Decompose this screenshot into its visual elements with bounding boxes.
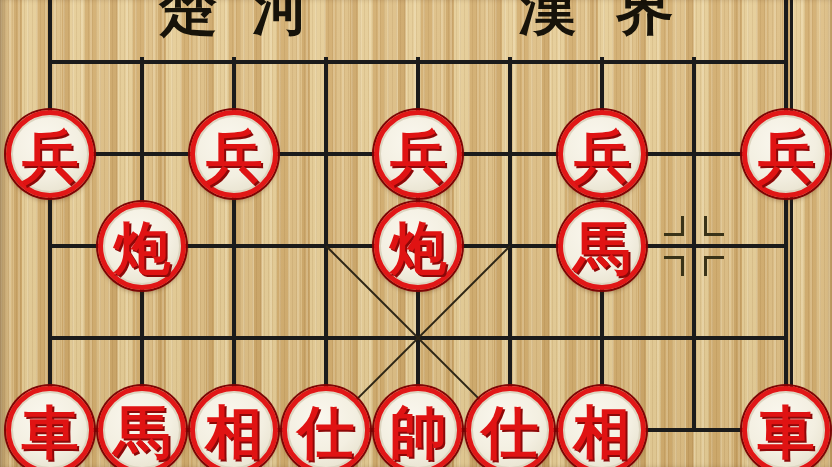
piece-red-horse[interactable]: 馬 <box>558 202 646 290</box>
piece-glyph: 兵 <box>758 127 815 184</box>
piece-glyph: 炮 <box>390 219 447 276</box>
xiangqi-board: 楚河漢界 兵兵兵兵兵炮炮馬車馬相仕帥仕相車 <box>0 0 832 467</box>
piece-red-elephant[interactable]: 相 <box>190 386 278 467</box>
piece-red-elephant[interactable]: 相 <box>558 386 646 467</box>
piece-red-soldier[interactable]: 兵 <box>374 110 462 198</box>
piece-glyph: 仕 <box>482 403 539 460</box>
piece-red-advisor[interactable]: 仕 <box>282 386 370 467</box>
piece-red-advisor[interactable]: 仕 <box>466 386 554 467</box>
piece-glyph: 相 <box>574 403 631 460</box>
piece-glyph: 相 <box>206 403 263 460</box>
piece-red-horse[interactable]: 馬 <box>98 386 186 467</box>
piece-glyph: 馬 <box>574 219 631 276</box>
pieces-layer: 兵兵兵兵兵炮炮馬車馬相仕帥仕相車 <box>4 16 832 467</box>
piece-red-cannon[interactable]: 炮 <box>374 202 462 290</box>
piece-glyph: 兵 <box>206 127 263 184</box>
piece-glyph: 炮 <box>114 219 171 276</box>
piece-red-soldier[interactable]: 兵 <box>742 110 830 198</box>
piece-red-general[interactable]: 帥 <box>374 386 462 467</box>
piece-glyph: 馬 <box>114 403 171 460</box>
piece-glyph: 車 <box>758 403 815 460</box>
piece-red-soldier[interactable]: 兵 <box>6 110 94 198</box>
piece-glyph: 兵 <box>390 127 447 184</box>
piece-red-soldier[interactable]: 兵 <box>190 110 278 198</box>
piece-glyph: 仕 <box>298 403 355 460</box>
piece-red-chariot[interactable]: 車 <box>742 386 830 467</box>
piece-glyph: 帥 <box>390 403 447 460</box>
piece-red-soldier[interactable]: 兵 <box>558 110 646 198</box>
piece-glyph: 車 <box>22 403 79 460</box>
piece-red-chariot[interactable]: 車 <box>6 386 94 467</box>
piece-glyph: 兵 <box>574 127 631 184</box>
piece-glyph: 兵 <box>22 127 79 184</box>
piece-red-cannon[interactable]: 炮 <box>98 202 186 290</box>
